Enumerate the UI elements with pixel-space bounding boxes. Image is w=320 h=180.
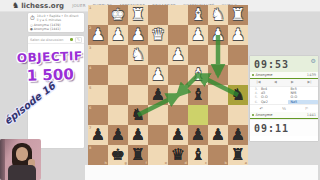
piece-wP-g2[interactable]: ♟ — [108, 25, 128, 45]
settings-gear-icon[interactable]: ⚙ — [311, 58, 316, 64]
logo-text: lichess.org — [21, 2, 64, 10]
square-c3[interactable] — [188, 45, 208, 65]
square-b2[interactable]: ♟ — [208, 25, 228, 45]
player-name[interactable]: Anonyme — [256, 113, 306, 117]
rank-label-5: 5 — [89, 86, 91, 90]
takeback-button[interactable]: ↶ — [250, 105, 273, 112]
piece-wB-c1[interactable]: ♝ — [188, 5, 208, 25]
next-move-button[interactable]: ▶ — [284, 79, 301, 86]
opponent-name[interactable]: Anonyme — [256, 73, 306, 77]
move-number: 6. — [250, 100, 259, 104]
black-move[interactable]: Na5 — [288, 100, 318, 104]
square-d4[interactable] — [168, 65, 188, 85]
square-g1[interactable]: ♚ — [108, 5, 128, 25]
square-a1[interactable]: ♜ — [228, 5, 248, 25]
file-label-b: b — [225, 161, 227, 165]
square-h3[interactable]: 3 — [88, 45, 108, 65]
square-g6[interactable] — [108, 105, 128, 125]
square-e5[interactable]: ♟ — [148, 85, 168, 105]
piece-bR-f8[interactable]: ♜ — [128, 145, 148, 165]
piece-bB-c8[interactable]: ♝ — [188, 145, 208, 165]
black-move[interactable]: O-O — [288, 95, 318, 99]
square-a8[interactable]: a♜ — [228, 145, 248, 165]
opponent-clock: 09:53 — [250, 56, 318, 72]
move-nav: |◀◀▶▶| — [250, 79, 318, 87]
piece-wP-d3[interactable]: ♟ — [168, 45, 188, 65]
square-b4[interactable] — [208, 65, 228, 85]
piece-wK-g1[interactable]: ♚ — [108, 5, 128, 25]
piece-bP-d7[interactable]: ♟ — [168, 125, 188, 145]
game-info-card: ⏱ 10+0 • Rapide • En direct il y a 6 min… — [28, 13, 84, 32]
opponent-bar: Anonyme 1439 — [250, 72, 318, 79]
panel-footer-pad — [250, 136, 318, 141]
square-h5[interactable]: 5 — [88, 85, 108, 105]
resign-button[interactable]: ⚐ — [295, 105, 318, 112]
square-c1[interactable]: ♝ — [188, 5, 208, 25]
square-a7[interactable]: ♟ — [228, 125, 248, 145]
square-c8[interactable]: c♝ — [188, 145, 208, 165]
square-c6[interactable] — [188, 105, 208, 125]
lichess-logo[interactable]: ♞ lichess.org — [12, 2, 64, 10]
square-f5[interactable] — [128, 85, 148, 105]
square-c5[interactable]: ♝ — [188, 85, 208, 105]
square-c7[interactable]: ♟ — [188, 125, 208, 145]
square-h1[interactable]: 1 — [88, 5, 108, 25]
square-d7[interactable]: ♟ — [168, 125, 188, 145]
nav-item-jouer[interactable]: JOUER — [72, 3, 86, 8]
square-f2[interactable]: ♟ — [128, 25, 148, 45]
piece-wN-f3[interactable]: ♞ — [128, 45, 148, 65]
white-move[interactable]: Qe2 — [259, 100, 289, 104]
player-bar: Anonyme 1441 — [250, 112, 318, 119]
piece-bK-g8[interactable]: ♚ — [108, 145, 128, 165]
piece-bP-a7[interactable]: ♟ — [228, 125, 248, 145]
player-rating: 1441 — [307, 113, 316, 117]
square-h8[interactable]: 8h — [88, 145, 108, 165]
under-board-strip — [85, 165, 318, 180]
piece-bN-f6[interactable]: ♞ — [128, 105, 148, 125]
rank-label-6: 6 — [89, 106, 91, 110]
move-list: 3.Bc4Bc54.d3Nf65.O-OO-O6.Qe2Na5 — [250, 87, 318, 104]
square-a4[interactable] — [228, 65, 248, 85]
webcam-person-face — [16, 147, 28, 161]
move-row: 6.Qe2Na5 — [250, 100, 318, 104]
piece-bP-f7[interactable]: ♟ — [128, 125, 148, 145]
file-label-h: h — [105, 161, 107, 165]
square-f6[interactable]: ♞ — [128, 105, 148, 125]
square-b8[interactable]: b — [208, 145, 228, 165]
square-d8[interactable]: d♛ — [168, 145, 188, 165]
rank-label-1: 1 — [89, 6, 91, 10]
game-clock-icon: ⏱ — [30, 14, 35, 21]
square-c2[interactable]: ♟ — [188, 25, 208, 45]
square-g2[interactable]: ♟ — [108, 25, 128, 45]
piece-bN-a5[interactable]: ♞ — [228, 85, 248, 105]
square-g7[interactable]: ♟ — [108, 125, 128, 145]
piece-wP-c2[interactable]: ♟ — [188, 25, 208, 45]
square-e4[interactable]: ♟ — [148, 65, 168, 85]
chess-board: 1♚♜♝♞♜2♟♟♟♛♟♟♟3♞♟4♟♝5♟♝♞6♞7♟♟♟♟♟♟♟8hg♚f♜… — [88, 5, 248, 165]
square-e7[interactable] — [148, 125, 168, 145]
square-b5[interactable] — [208, 85, 228, 105]
last-move-button[interactable]: ▶| — [301, 79, 318, 86]
square-e3[interactable] — [148, 45, 168, 65]
piece-wP-f2[interactable]: ♟ — [128, 25, 148, 45]
square-e6[interactable] — [148, 105, 168, 125]
chat-panel: Salon de discussion ✎ — [28, 36, 84, 148]
piece-wP-e4[interactable]: ♟ — [148, 65, 168, 85]
chat-title: Salon de discussion — [30, 38, 68, 42]
opponent-online-dot — [252, 74, 254, 76]
player-online-dot — [252, 114, 254, 116]
square-f7[interactable]: ♟ — [128, 125, 148, 145]
square-b3[interactable] — [208, 45, 228, 65]
square-d1[interactable] — [168, 5, 188, 25]
webcam-overlay — [0, 139, 41, 180]
square-a6[interactable] — [228, 105, 248, 125]
rank-label-3: 3 — [89, 46, 91, 50]
square-h6[interactable]: 6 — [88, 105, 108, 125]
square-b1[interactable]: ♞ — [208, 5, 228, 25]
rank-label-4: 4 — [89, 66, 91, 70]
game-side-panel: 09:53 ⚙ Anonyme 1439 |◀◀▶▶| 3.Bc4Bc54.d3… — [250, 56, 318, 141]
square-g4[interactable] — [108, 65, 128, 85]
white-player-row: ○ Anonyme (1439) — [30, 23, 82, 27]
rank-label-8: 8 — [89, 146, 91, 150]
square-a2[interactable]: ♟ — [228, 25, 248, 45]
piece-wR-f1[interactable]: ♜ — [128, 5, 148, 25]
piece-bR-a8[interactable]: ♜ — [228, 145, 248, 165]
square-h2[interactable]: 2♟ — [88, 25, 108, 45]
square-f1[interactable]: ♜ — [128, 5, 148, 25]
square-g8[interactable]: g♚ — [108, 145, 128, 165]
piece-wB-c4[interactable]: ♝ — [188, 65, 208, 85]
square-c4[interactable]: ♝ — [188, 65, 208, 85]
square-f4[interactable] — [128, 65, 148, 85]
piece-bP-g7[interactable]: ♟ — [108, 125, 128, 145]
game-meta-line2: il y a 6 minutes — [37, 18, 79, 22]
webcam-doorframe — [0, 139, 5, 180]
piece-bB-c5[interactable]: ♝ — [188, 85, 208, 105]
opponent-rating: 1439 — [307, 73, 316, 77]
piece-wR-a1[interactable]: ♜ — [228, 5, 248, 25]
square-e1[interactable] — [148, 5, 168, 25]
square-e8[interactable]: e — [148, 145, 168, 165]
action-bar: ↶½⚐ — [250, 104, 318, 112]
piece-bP-b7[interactable]: ♟ — [208, 125, 228, 145]
chat-edit-button[interactable]: ✎ — [75, 37, 82, 43]
piece-wQ-e2[interactable]: ♛ — [148, 25, 168, 45]
file-label-e: e — [165, 161, 167, 165]
black-player-row: ● Anonyme (1441) — [30, 27, 82, 31]
piece-bP-h7[interactable]: ♟ — [88, 125, 108, 145]
square-a5[interactable]: ♞ — [228, 85, 248, 105]
knight-logo-icon: ♞ — [12, 2, 19, 10]
square-f3[interactable]: ♞ — [128, 45, 148, 65]
webcam-person-body — [8, 165, 36, 180]
piece-wP-b2[interactable]: ♟ — [208, 25, 228, 45]
piece-bP-e5[interactable]: ♟ — [148, 85, 168, 105]
prev-move-button[interactable]: ◀ — [267, 79, 284, 86]
square-e2[interactable]: ♛ — [148, 25, 168, 45]
square-d2[interactable] — [168, 25, 188, 45]
lichess-game-screen: ♞ lichess.org JOUERPUZZLESAPPRENDREREGAR… — [0, 0, 320, 180]
piece-bP-c7[interactable]: ♟ — [188, 125, 208, 145]
square-h4[interactable]: 4 — [88, 65, 108, 85]
square-d6[interactable] — [168, 105, 188, 125]
piece-wP-a2[interactable]: ♟ — [228, 25, 248, 45]
square-g5[interactable] — [108, 85, 128, 105]
player-clock: 09:11 — [250, 119, 318, 136]
square-h7[interactable]: 7♟ — [88, 125, 108, 145]
piece-wN-b1[interactable]: ♞ — [208, 5, 228, 25]
square-a3[interactable] — [228, 45, 248, 65]
square-b6[interactable] — [208, 105, 228, 125]
first-move-button[interactable]: |◀ — [250, 79, 267, 86]
square-b7[interactable]: ♟ — [208, 125, 228, 145]
square-d5[interactable] — [168, 85, 188, 105]
chat-header: Salon de discussion ✎ — [28, 36, 84, 44]
draw-offer-button[interactable]: ½ — [273, 105, 296, 112]
square-f8[interactable]: f♜ — [128, 145, 148, 165]
piece-bQ-d8[interactable]: ♛ — [168, 145, 188, 165]
piece-wP-h2[interactable]: ♟ — [88, 25, 108, 45]
chat-online-dot — [70, 38, 73, 41]
square-g3[interactable] — [108, 45, 128, 65]
square-d3[interactable]: ♟ — [168, 45, 188, 65]
chat-body[interactable] — [28, 44, 84, 148]
